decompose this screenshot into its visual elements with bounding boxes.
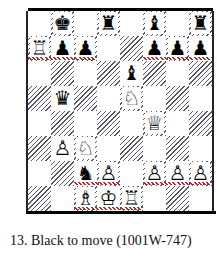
square-g3	[166, 136, 189, 161]
square-d5	[97, 86, 120, 111]
square-g4	[166, 111, 189, 136]
piece-black-bishop: ♝	[145, 12, 164, 34]
piece-white-pawn: ♙	[168, 162, 187, 184]
piece-white-pawn: ♙	[53, 137, 72, 159]
piece-black-pawn: ♟	[191, 37, 210, 59]
piece-black-rook: ♜	[99, 12, 118, 34]
square-f4: ♕	[143, 111, 166, 136]
piece-white-queen: ♕	[145, 112, 164, 134]
piece-black-rook: ♜	[191, 12, 210, 34]
square-c4	[74, 111, 97, 136]
square-f8: ♝	[143, 11, 166, 36]
piece-white-rook: ♖	[30, 37, 49, 59]
square-b6	[51, 61, 74, 86]
square-d8: ♜	[97, 11, 120, 36]
chess-diagram: ♚♜♝♜♖♟♟♟♟♟♝♛♘♕♙♘♞♙♙♙♙♗♔♖	[26, 8, 216, 214]
square-a1	[28, 186, 51, 211]
square-a2	[28, 161, 51, 186]
square-a4	[28, 111, 51, 136]
square-g1	[166, 186, 189, 211]
square-e8	[120, 11, 143, 36]
piece-black-bishop: ♝	[122, 62, 141, 84]
square-e7	[120, 36, 143, 61]
square-h3	[189, 136, 212, 161]
square-c6	[74, 61, 97, 86]
spellcheck-underline-artifact	[28, 57, 97, 60]
square-g5	[166, 86, 189, 111]
square-b8: ♚	[51, 11, 74, 36]
square-e5: ♘	[120, 86, 143, 111]
square-e4	[120, 111, 143, 136]
spellcheck-underline-artifact	[143, 182, 212, 185]
square-g8	[166, 11, 189, 36]
square-a8	[28, 11, 51, 36]
piece-black-knight: ♞	[76, 162, 95, 184]
square-f1	[143, 186, 166, 211]
piece-white-pawn: ♙	[191, 162, 210, 184]
piece-white-bishop: ♗	[76, 187, 95, 209]
piece-black-king: ♚	[53, 12, 72, 34]
square-h5	[189, 86, 212, 111]
piece-white-rook: ♖	[122, 187, 141, 209]
piece-black-pawn: ♟	[53, 37, 72, 59]
piece-white-king: ♔	[99, 187, 118, 209]
piece-black-pawn: ♟	[76, 37, 95, 59]
square-h1	[189, 186, 212, 211]
piece-black-pawn: ♟	[145, 37, 164, 59]
square-h8: ♜	[189, 11, 212, 36]
square-c8	[74, 11, 97, 36]
square-e2	[120, 161, 143, 186]
square-f5	[143, 86, 166, 111]
square-f6	[143, 61, 166, 86]
piece-white-knight: ♘	[76, 137, 95, 159]
square-e3	[120, 136, 143, 161]
piece-white-pawn: ♙	[145, 162, 164, 184]
square-b4	[51, 111, 74, 136]
square-b5: ♛	[51, 86, 74, 111]
square-b3: ♙	[51, 136, 74, 161]
square-d4	[97, 111, 120, 136]
page: { "game": "chess", "caption": { "text": …	[0, 0, 217, 256]
chess-board: ♚♜♝♜♖♟♟♟♟♟♝♛♘♕♙♘♞♙♙♙♙♗♔♖	[26, 11, 214, 211]
spellcheck-underline-artifact	[74, 182, 120, 185]
square-h6	[189, 61, 212, 86]
square-d3	[97, 136, 120, 161]
spellcheck-underline-artifact	[74, 207, 143, 210]
square-g6	[166, 61, 189, 86]
caption: 13. Black to move (1001W-747)	[10, 233, 192, 249]
square-d6	[97, 61, 120, 86]
piece-black-pawn: ♟	[168, 37, 187, 59]
piece-white-pawn: ♙	[99, 162, 118, 184]
square-h4	[189, 111, 212, 136]
square-d7	[97, 36, 120, 61]
square-a5	[28, 86, 51, 111]
square-c5	[74, 86, 97, 111]
spellcheck-underline-artifact	[143, 57, 212, 60]
square-b1	[51, 186, 74, 211]
square-b2	[51, 161, 74, 186]
square-e6: ♝	[120, 61, 143, 86]
square-f3	[143, 136, 166, 161]
board-bottom-border	[26, 211, 216, 214]
piece-black-queen: ♛	[53, 87, 72, 109]
square-c3: ♘	[74, 136, 97, 161]
piece-white-knight: ♘	[122, 87, 141, 109]
square-a3	[28, 136, 51, 161]
square-a6	[28, 61, 51, 86]
